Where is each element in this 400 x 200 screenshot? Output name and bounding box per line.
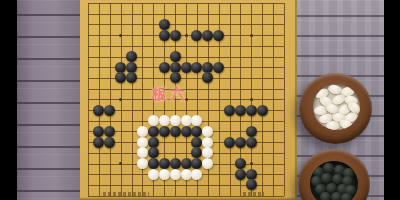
white-stone[interactable] xyxy=(159,169,170,180)
black-stone[interactable] xyxy=(115,72,126,83)
letterbox-left xyxy=(0,0,17,200)
black-bowl-stone xyxy=(320,192,331,200)
grid-line-v xyxy=(284,3,285,196)
board-print-right xyxy=(243,192,264,196)
black-stone[interactable] xyxy=(159,158,170,169)
black-stone[interactable] xyxy=(235,137,246,148)
black-stone[interactable] xyxy=(235,169,246,180)
star-point xyxy=(119,34,122,37)
black-stone[interactable] xyxy=(170,30,181,41)
black-stone[interactable] xyxy=(235,105,246,116)
black-stone[interactable] xyxy=(104,137,115,148)
black-stone[interactable] xyxy=(202,30,213,41)
star-point xyxy=(250,98,253,101)
black-stone[interactable] xyxy=(246,169,257,180)
grid-line-v xyxy=(230,3,231,196)
black-stone[interactable] xyxy=(104,126,115,137)
black-stone[interactable] xyxy=(104,105,115,116)
grid-line-v xyxy=(273,3,274,196)
white-stone[interactable] xyxy=(202,158,213,169)
black-stone[interactable] xyxy=(93,137,104,148)
star-point xyxy=(250,34,253,37)
white-stones-pile xyxy=(313,84,360,130)
grid-line-v xyxy=(262,3,263,196)
black-stone[interactable] xyxy=(202,72,213,83)
white-stone[interactable] xyxy=(148,169,159,180)
black-stone[interactable] xyxy=(257,105,268,116)
black-stone[interactable] xyxy=(93,105,104,116)
black-bowl-stone xyxy=(321,173,332,183)
black-stone[interactable] xyxy=(246,126,257,137)
white-stone[interactable] xyxy=(148,115,159,126)
black-stone[interactable] xyxy=(235,158,246,169)
white-stone-bowl[interactable] xyxy=(299,73,372,144)
white-stone[interactable] xyxy=(137,137,148,148)
white-stone[interactable] xyxy=(202,137,213,148)
black-stone[interactable] xyxy=(246,105,257,116)
white-stone[interactable] xyxy=(159,115,170,126)
white-stone[interactable] xyxy=(170,115,181,126)
white-stone[interactable] xyxy=(137,126,148,137)
black-stone[interactable] xyxy=(191,158,202,169)
white-stone[interactable] xyxy=(181,115,192,126)
white-stone[interactable] xyxy=(191,115,202,126)
black-stone[interactable] xyxy=(224,137,235,148)
white-stone[interactable] xyxy=(191,169,202,180)
black-stone[interactable] xyxy=(126,72,137,83)
black-stone[interactable] xyxy=(148,137,159,148)
video-frame: 板六 xyxy=(0,0,400,200)
black-bowl-stone xyxy=(323,163,334,173)
wood-table-left xyxy=(17,0,80,200)
black-stone[interactable] xyxy=(170,72,181,83)
black-stone[interactable] xyxy=(170,51,181,62)
shape-caption: 板六 xyxy=(148,85,192,104)
black-stone[interactable] xyxy=(148,147,159,158)
white-stone[interactable] xyxy=(202,126,213,137)
black-stone[interactable] xyxy=(191,62,202,73)
black-stone[interactable] xyxy=(213,30,224,41)
star-point xyxy=(185,34,188,37)
white-stone[interactable] xyxy=(181,169,192,180)
black-stones-pile xyxy=(310,161,358,200)
black-stone[interactable] xyxy=(159,126,170,137)
black-stone[interactable] xyxy=(170,62,181,73)
black-stone[interactable] xyxy=(170,158,181,169)
black-stone[interactable] xyxy=(159,19,170,30)
black-bowl-stone xyxy=(341,193,352,200)
black-stone[interactable] xyxy=(191,137,202,148)
black-stone[interactable] xyxy=(115,62,126,73)
black-stone[interactable] xyxy=(213,62,224,73)
board-print-left xyxy=(103,192,149,196)
white-shell-stone xyxy=(326,121,340,130)
black-stone[interactable] xyxy=(159,30,170,41)
white-stone[interactable] xyxy=(137,158,148,169)
black-stone[interactable] xyxy=(93,126,104,137)
black-stone[interactable] xyxy=(224,105,235,116)
black-stone[interactable] xyxy=(170,126,181,137)
star-point xyxy=(119,162,122,165)
black-stone[interactable] xyxy=(181,158,192,169)
black-stone[interactable] xyxy=(159,62,170,73)
star-point xyxy=(119,98,122,101)
black-stone[interactable] xyxy=(126,51,137,62)
white-stone[interactable] xyxy=(202,147,213,158)
letterbox-right xyxy=(384,0,400,200)
star-point xyxy=(250,162,253,165)
grid-line-h xyxy=(88,153,284,154)
white-stone[interactable] xyxy=(170,169,181,180)
black-stone[interactable] xyxy=(246,179,257,190)
black-stone[interactable] xyxy=(246,137,257,148)
black-stone[interactable] xyxy=(202,62,213,73)
black-stone[interactable] xyxy=(191,30,202,41)
black-stone[interactable] xyxy=(181,62,192,73)
black-stone[interactable] xyxy=(148,158,159,169)
black-stone[interactable] xyxy=(126,62,137,73)
black-stone[interactable] xyxy=(191,147,202,158)
black-stone[interactable] xyxy=(191,126,202,137)
white-stone[interactable] xyxy=(137,147,148,158)
black-stone[interactable] xyxy=(181,126,192,137)
black-stone[interactable] xyxy=(148,126,159,137)
